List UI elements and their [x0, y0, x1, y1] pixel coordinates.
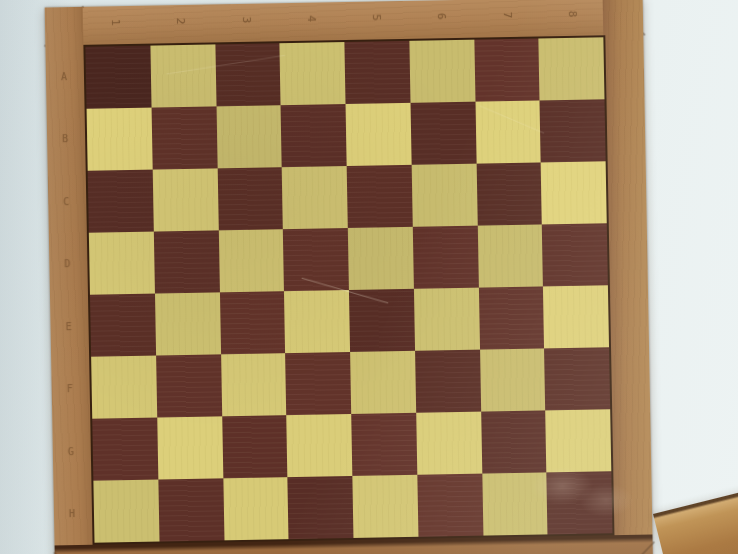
board-square: [477, 224, 543, 287]
board-square: [154, 230, 220, 293]
frame-rank-letters: ABCDEFGH: [51, 45, 84, 545]
board-square: [344, 41, 410, 104]
rank-letter-mark: A: [51, 45, 76, 108]
board-square: [346, 103, 412, 166]
board-square: [157, 416, 223, 479]
board-square: [415, 350, 481, 413]
board-square: [91, 356, 157, 419]
board-square: [217, 167, 283, 230]
board-square: [215, 43, 281, 106]
board-square: [350, 351, 416, 414]
rank-letter-mark: F: [57, 357, 82, 420]
board-square: [85, 46, 151, 109]
board-square: [88, 170, 154, 233]
board-square: [541, 161, 607, 224]
board-square: [543, 285, 609, 348]
board-square: [476, 162, 542, 225]
board-square: [481, 410, 547, 473]
board-square: [158, 478, 224, 541]
board-square: [474, 38, 540, 101]
board-square: [410, 102, 476, 165]
frame-file-numbers: 12345678: [83, 2, 605, 38]
board-square: [151, 106, 217, 169]
board-square: [280, 42, 346, 105]
board-square: [544, 347, 610, 410]
board-square: [347, 165, 413, 228]
board-square: [540, 99, 606, 162]
board-square: [286, 414, 352, 477]
second-wooden-board-corner: [653, 478, 738, 554]
board-square: [283, 228, 349, 291]
board-square: [351, 413, 417, 476]
board-square: [93, 480, 159, 543]
board-square: [352, 475, 418, 538]
board-square: [349, 289, 415, 352]
photo-background: 12345678 ABCDEFGH: [0, 0, 738, 554]
rank-letter-mark: C: [54, 170, 79, 233]
board-square: [542, 223, 608, 286]
board-square: [348, 227, 414, 290]
board-square: [282, 166, 348, 229]
board-square: [90, 294, 156, 357]
board-square: [414, 288, 480, 351]
board-square: [475, 100, 541, 163]
board-square: [416, 412, 482, 475]
board-grid: [83, 35, 614, 544]
board-square: [285, 352, 351, 415]
board-square: [539, 37, 605, 100]
board-square: [92, 418, 158, 481]
board-square: [547, 471, 613, 534]
board-square: [284, 290, 350, 353]
chessboard: 12345678 ABCDEFGH: [45, 0, 654, 554]
board-square: [89, 232, 155, 295]
board-square: [409, 40, 475, 103]
board-square: [417, 474, 483, 537]
rank-letter-mark: G: [58, 420, 83, 483]
board-square: [478, 286, 544, 349]
board-square: [288, 476, 354, 539]
frame-miter-bottom-right: [614, 541, 654, 554]
board-square: [221, 353, 287, 416]
rank-letter-mark: E: [56, 295, 81, 358]
board-square: [281, 104, 347, 167]
board-square: [216, 105, 282, 168]
rank-letter-mark: H: [59, 482, 84, 545]
board-square: [218, 229, 284, 292]
board-square: [223, 477, 289, 540]
board-square: [413, 226, 479, 289]
board-square: [87, 108, 153, 171]
board-square: [545, 409, 611, 472]
board-square: [482, 472, 548, 535]
board-square: [219, 291, 285, 354]
board-square: [150, 44, 216, 107]
rank-letter-mark: B: [53, 107, 78, 170]
board-square: [156, 354, 222, 417]
board-square: [155, 292, 221, 355]
board-square: [222, 415, 288, 478]
board-square: [411, 164, 477, 227]
board-square: [480, 348, 546, 411]
board-square: [152, 168, 218, 231]
rank-letter-mark: D: [55, 232, 80, 295]
